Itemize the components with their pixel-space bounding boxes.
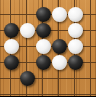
- white-stone: [52, 7, 67, 22]
- intersection-r4-c1: [3, 55, 19, 71]
- white-stone: [4, 39, 19, 54]
- black-stone: [20, 71, 35, 86]
- intersection-r6-c4[interactable]: [51, 87, 67, 97]
- black-stone: [36, 7, 51, 22]
- intersection-r1-c2[interactable]: [19, 7, 35, 23]
- white-stone: [68, 7, 83, 22]
- intersection-r2-c3: [35, 23, 51, 39]
- intersection-r4-c5: [67, 55, 83, 71]
- intersection-r2-c5: [67, 23, 83, 39]
- intersection-r2-c4[interactable]: [51, 23, 67, 39]
- intersection-r6-c5[interactable]: [67, 87, 83, 97]
- intersection-r2-c2: [19, 23, 35, 39]
- intersection-r1-c1[interactable]: [3, 7, 19, 23]
- intersection-r1-c3: [35, 7, 51, 23]
- intersection-r3-c6[interactable]: [83, 39, 96, 55]
- white-stone: [68, 39, 83, 54]
- intersection-r4-c3: [35, 55, 51, 71]
- intersection-r3-c5: [67, 39, 83, 55]
- intersection-r6-c3[interactable]: [35, 87, 51, 97]
- intersection-r6-c1[interactable]: [3, 87, 19, 97]
- intersection-r2-c6[interactable]: [83, 23, 96, 39]
- intersection-r3-c2[interactable]: [19, 39, 35, 55]
- white-stone: [68, 23, 83, 38]
- intersection-r5-c6[interactable]: [83, 71, 96, 87]
- intersection-r5-c5[interactable]: [67, 71, 83, 87]
- black-stone: [36, 23, 51, 38]
- intersection-r5-c4[interactable]: [51, 71, 67, 87]
- intersection-r5-c2: [19, 71, 35, 87]
- black-stone: [4, 55, 19, 70]
- intersection-r6-c6[interactable]: [83, 87, 96, 97]
- intersection-r3-c4: [51, 39, 67, 55]
- black-stone: [36, 55, 51, 70]
- intersection-r6-c2[interactable]: [19, 87, 35, 97]
- white-stone: [20, 23, 35, 38]
- intersection-r4-c6[interactable]: [83, 55, 96, 71]
- white-stone: [52, 55, 67, 70]
- black-stone: [68, 55, 83, 70]
- intersection-r3-c1: [3, 39, 19, 55]
- white-stone: [36, 39, 51, 54]
- intersection-r5-c3[interactable]: [35, 71, 51, 87]
- black-stone: [4, 23, 19, 38]
- intersection-r3-c3: [35, 39, 51, 55]
- intersection-r4-c4: [51, 55, 67, 71]
- intersection-r4-c2[interactable]: [19, 55, 35, 71]
- intersection-r1-c6[interactable]: [83, 7, 96, 23]
- intersection-r5-c1[interactable]: [3, 71, 19, 87]
- stones-layer: [3, 7, 96, 97]
- black-stone: [52, 39, 67, 54]
- intersection-r1-c4: [51, 7, 67, 23]
- go-board[interactable]: [0, 0, 96, 96]
- intersection-r2-c1: [3, 23, 19, 39]
- intersection-r1-c5: [67, 7, 83, 23]
